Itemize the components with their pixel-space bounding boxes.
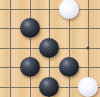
grid-line-vertical	[30, 0, 31, 97]
stone-black[interactable]	[20, 18, 40, 38]
grid-line-vertical	[10, 0, 11, 97]
stone-white[interactable]	[59, 0, 79, 19]
grid-line-horizontal	[0, 9, 100, 10]
stone-black[interactable]	[39, 38, 59, 58]
go-board[interactable]	[0, 0, 100, 97]
stone-black[interactable]	[39, 77, 59, 97]
stone-white[interactable]	[78, 77, 98, 97]
grid-line-horizontal	[0, 67, 100, 68]
star-point	[87, 46, 90, 49]
stone-black[interactable]	[59, 57, 79, 77]
stone-black[interactable]	[20, 57, 40, 77]
grid-line-horizontal	[0, 28, 100, 29]
